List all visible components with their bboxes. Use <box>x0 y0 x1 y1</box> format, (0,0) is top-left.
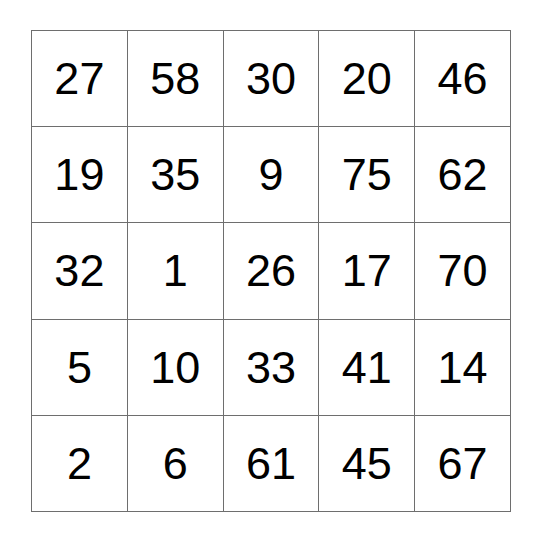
bingo-cell-r3c1[interactable]: 32 <box>32 223 128 319</box>
bingo-cell-r5c2[interactable]: 6 <box>128 416 224 512</box>
bingo-cell-r3c4[interactable]: 17 <box>319 223 415 319</box>
bingo-board: 2758302046193597562321261770510334114266… <box>31 30 511 512</box>
bingo-cell-r2c4[interactable]: 75 <box>319 127 415 223</box>
bingo-card-page: 2758302046193597562321261770510334114266… <box>0 0 544 544</box>
bingo-cell-r5c1[interactable]: 2 <box>32 416 128 512</box>
bingo-cell-r4c1[interactable]: 5 <box>32 320 128 416</box>
bingo-cell-r1c5[interactable]: 46 <box>415 31 511 127</box>
bingo-cell-r2c2[interactable]: 35 <box>128 127 224 223</box>
bingo-cell-r1c3[interactable]: 30 <box>224 31 320 127</box>
bingo-cell-r1c2[interactable]: 58 <box>128 31 224 127</box>
bingo-cell-r2c3[interactable]: 9 <box>224 127 320 223</box>
bingo-cell-r4c5[interactable]: 14 <box>415 320 511 416</box>
bingo-cell-r1c4[interactable]: 20 <box>319 31 415 127</box>
bingo-cell-r4c3[interactable]: 33 <box>224 320 320 416</box>
bingo-cell-r3c5[interactable]: 70 <box>415 223 511 319</box>
bingo-cell-r1c1[interactable]: 27 <box>32 31 128 127</box>
bingo-cell-r3c3[interactable]: 26 <box>224 223 320 319</box>
bingo-cell-r5c4[interactable]: 45 <box>319 416 415 512</box>
bingo-cell-r2c1[interactable]: 19 <box>32 127 128 223</box>
bingo-cell-r3c2[interactable]: 1 <box>128 223 224 319</box>
bingo-cell-r4c2[interactable]: 10 <box>128 320 224 416</box>
bingo-cell-r5c5[interactable]: 67 <box>415 416 511 512</box>
bingo-cell-r4c4[interactable]: 41 <box>319 320 415 416</box>
bingo-cell-r2c5[interactable]: 62 <box>415 127 511 223</box>
bingo-cell-r5c3[interactable]: 61 <box>224 416 320 512</box>
